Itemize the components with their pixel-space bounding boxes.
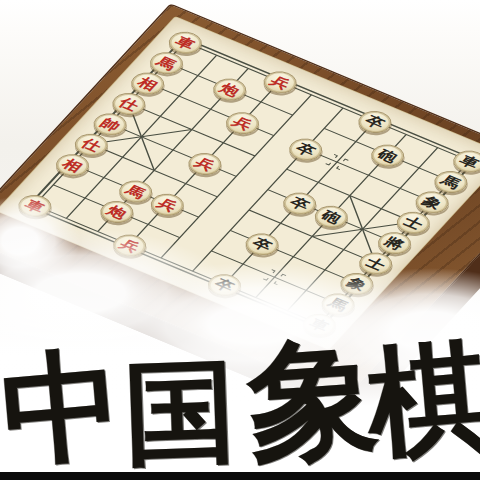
calligraphy-char: 中 [0, 323, 129, 480]
calligraphy-char: 国 [121, 336, 238, 480]
scene: 車馬相仕帥仕相車炮馬炮兵兵兵兵兵卒卒卒卒卒砲砲車馬象士將士象馬車 中 国 象 棋 [0, 0, 480, 480]
letterbox-bar [0, 472, 480, 480]
